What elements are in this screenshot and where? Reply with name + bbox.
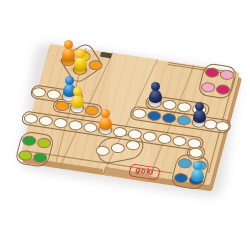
- pawn-yellow[interactable]: [69, 87, 85, 108]
- pawn-body: [74, 57, 87, 70]
- pawn-body: [191, 169, 204, 182]
- pawn-body: [99, 117, 112, 130]
- pawn-head: [73, 87, 82, 96]
- pawn-head: [65, 76, 74, 85]
- pawn-head: [193, 161, 202, 170]
- pawn-head: [151, 82, 160, 91]
- pawn-skyblue[interactable]: [189, 161, 205, 182]
- pawn-head: [76, 49, 85, 58]
- pawn-orange[interactable]: [97, 109, 113, 130]
- pawn-head: [195, 102, 204, 111]
- pawn-head: [64, 40, 73, 49]
- pawn-body: [193, 110, 206, 123]
- pawn-body: [71, 95, 84, 108]
- pawn-yellow[interactable]: [72, 49, 88, 70]
- pawn-navy[interactable]: [147, 82, 163, 103]
- pawn-head: [101, 109, 110, 118]
- pawn-navy[interactable]: [191, 102, 207, 123]
- ludo-board-photo: goki: [0, 0, 250, 250]
- pawn-body: [149, 90, 162, 103]
